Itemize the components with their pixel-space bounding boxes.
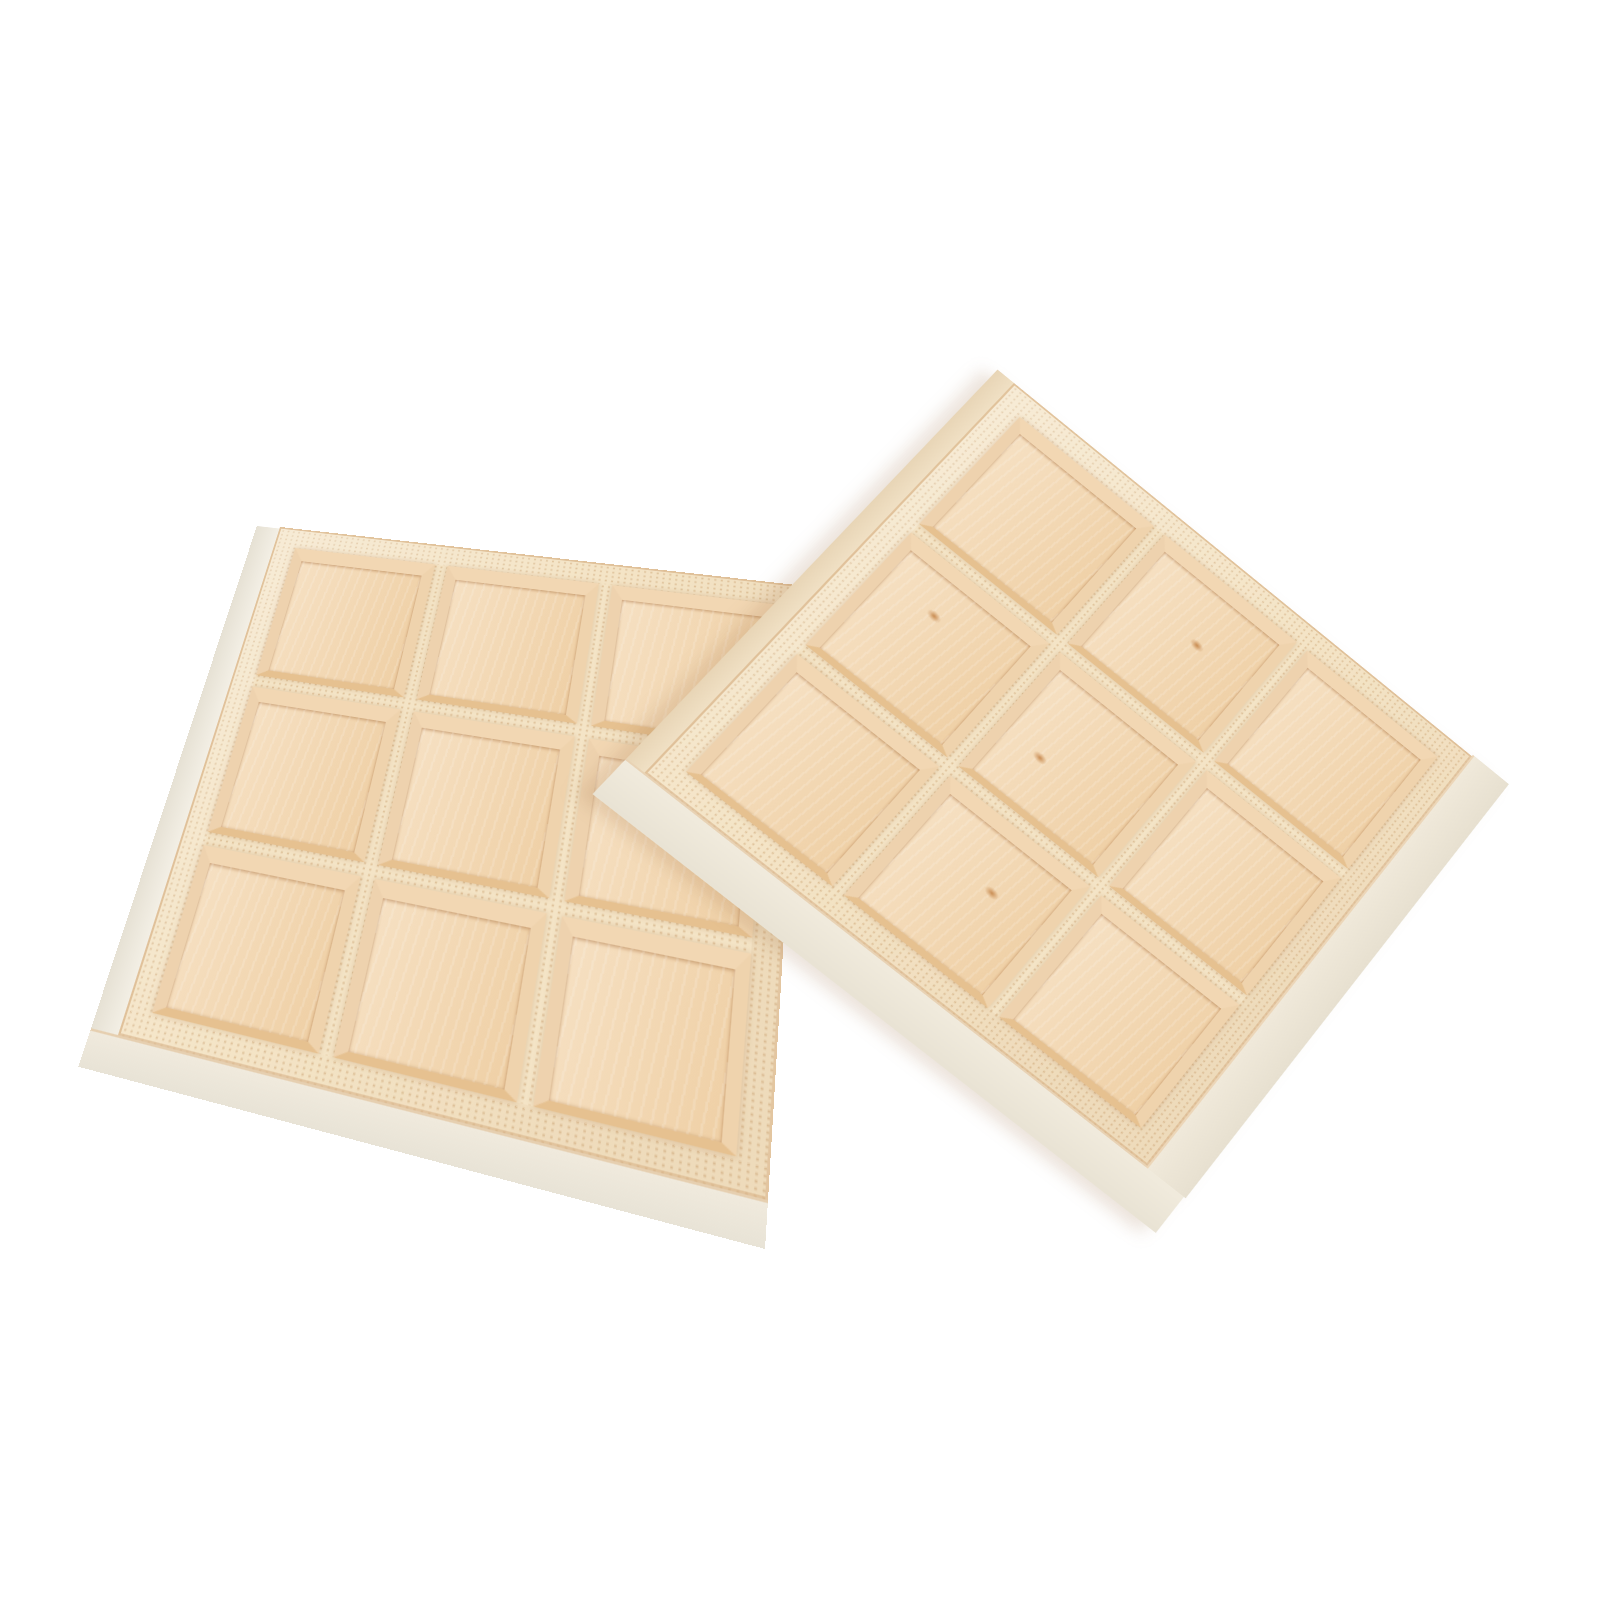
left-tray-compartment-3-1 [152,845,361,1054]
left-tray-compartment-1-1 [256,548,435,697]
right-tray-compartment-grid [686,417,1437,1128]
left-tray-compartment-3-3 [533,916,751,1156]
left-tray-compartment-2-2 [378,712,575,899]
left-tray-compartment-2-1 [208,687,401,863]
left-tray-compartment-3-2 [333,879,546,1102]
scene [0,0,1600,1600]
left-tray-compartment-1-2 [417,566,599,724]
